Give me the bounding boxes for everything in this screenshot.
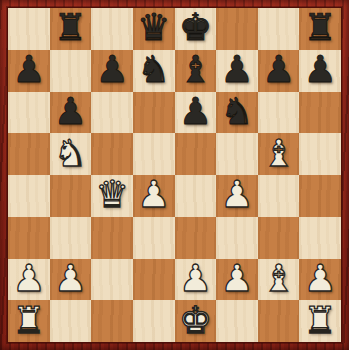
square-h3[interactable] [299, 217, 341, 259]
square-f7[interactable]: ♟ [216, 50, 258, 92]
square-g2[interactable]: ♝ [258, 259, 300, 301]
piece-white-pawn: ♟ [220, 176, 253, 213]
piece-black-knight: ♞ [137, 51, 170, 88]
square-a7[interactable]: ♟ [8, 50, 50, 92]
square-f5[interactable] [216, 133, 258, 175]
square-e5[interactable] [175, 133, 217, 175]
square-c4[interactable]: ♛ [91, 175, 133, 217]
square-h2[interactable]: ♟ [299, 259, 341, 301]
square-c7[interactable]: ♟ [91, 50, 133, 92]
piece-white-rook: ♜ [304, 302, 337, 339]
square-g8[interactable] [258, 8, 300, 50]
square-e6[interactable]: ♟ [175, 92, 217, 134]
square-h7[interactable]: ♟ [299, 50, 341, 92]
square-f6[interactable]: ♞ [216, 92, 258, 134]
square-c1[interactable] [91, 300, 133, 342]
piece-black-pawn: ♟ [179, 93, 212, 130]
square-a4[interactable] [8, 175, 50, 217]
piece-white-pawn: ♟ [304, 260, 337, 297]
piece-white-pawn: ♟ [54, 260, 87, 297]
square-h5[interactable] [299, 133, 341, 175]
square-a8[interactable] [8, 8, 50, 50]
square-a5[interactable] [8, 133, 50, 175]
piece-white-bishop: ♝ [262, 135, 295, 172]
square-e3[interactable] [175, 217, 217, 259]
square-c3[interactable] [91, 217, 133, 259]
square-g3[interactable] [258, 217, 300, 259]
square-d6[interactable] [133, 92, 175, 134]
piece-black-pawn: ♟ [220, 51, 253, 88]
square-c5[interactable] [91, 133, 133, 175]
piece-white-bishop: ♝ [262, 260, 295, 297]
piece-black-rook: ♜ [304, 9, 337, 46]
square-e2[interactable]: ♟ [175, 259, 217, 301]
square-f4[interactable]: ♟ [216, 175, 258, 217]
square-d3[interactable] [133, 217, 175, 259]
piece-black-knight: ♞ [220, 93, 253, 130]
square-g7[interactable]: ♟ [258, 50, 300, 92]
square-b3[interactable] [50, 217, 92, 259]
square-c6[interactable] [91, 92, 133, 134]
chess-board: ♜♛♚♜♟♟♞♝♟♟♟♟♟♞♞♝♛♟♟♟♟♟♟♝♟♜♚♜ [8, 8, 341, 342]
piece-white-pawn: ♟ [179, 260, 212, 297]
piece-black-rook: ♜ [54, 9, 87, 46]
piece-black-pawn: ♟ [95, 51, 128, 88]
square-f3[interactable] [216, 217, 258, 259]
piece-black-pawn: ♟ [304, 51, 337, 88]
piece-white-queen: ♛ [95, 176, 128, 213]
square-b6[interactable]: ♟ [50, 92, 92, 134]
square-a6[interactable] [8, 92, 50, 134]
square-d8[interactable]: ♛ [133, 8, 175, 50]
square-a1[interactable]: ♜ [8, 300, 50, 342]
piece-black-pawn: ♟ [262, 51, 295, 88]
square-h8[interactable]: ♜ [299, 8, 341, 50]
square-a3[interactable] [8, 217, 50, 259]
piece-white-pawn: ♟ [220, 260, 253, 297]
piece-black-king: ♚ [179, 9, 212, 46]
piece-white-pawn: ♟ [12, 260, 45, 297]
square-b7[interactable] [50, 50, 92, 92]
square-c2[interactable] [91, 259, 133, 301]
piece-black-pawn: ♟ [12, 51, 45, 88]
square-d7[interactable]: ♞ [133, 50, 175, 92]
piece-white-pawn: ♟ [137, 176, 170, 213]
piece-white-king: ♚ [179, 302, 212, 339]
square-b4[interactable] [50, 175, 92, 217]
square-g1[interactable] [258, 300, 300, 342]
square-e8[interactable]: ♚ [175, 8, 217, 50]
square-a2[interactable]: ♟ [8, 259, 50, 301]
piece-white-rook: ♜ [12, 302, 45, 339]
piece-black-queen: ♛ [137, 9, 170, 46]
square-e4[interactable] [175, 175, 217, 217]
square-d5[interactable] [133, 133, 175, 175]
square-b2[interactable]: ♟ [50, 259, 92, 301]
square-h6[interactable] [299, 92, 341, 134]
square-e7[interactable]: ♝ [175, 50, 217, 92]
square-f2[interactable]: ♟ [216, 259, 258, 301]
square-d4[interactable]: ♟ [133, 175, 175, 217]
square-c8[interactable] [91, 8, 133, 50]
square-b5[interactable]: ♞ [50, 133, 92, 175]
square-g6[interactable] [258, 92, 300, 134]
piece-black-pawn: ♟ [54, 93, 87, 130]
square-g5[interactable]: ♝ [258, 133, 300, 175]
piece-white-knight: ♞ [54, 135, 87, 172]
square-b1[interactable] [50, 300, 92, 342]
square-d1[interactable] [133, 300, 175, 342]
square-f8[interactable] [216, 8, 258, 50]
square-h4[interactable] [299, 175, 341, 217]
square-b8[interactable]: ♜ [50, 8, 92, 50]
square-d2[interactable] [133, 259, 175, 301]
chess-board-screenshot: ♜♛♚♜♟♟♞♝♟♟♟♟♟♞♞♝♛♟♟♟♟♟♟♝♟♜♚♜ [0, 0, 349, 350]
square-h1[interactable]: ♜ [299, 300, 341, 342]
square-e1[interactable]: ♚ [175, 300, 217, 342]
square-g4[interactable] [258, 175, 300, 217]
square-f1[interactable] [216, 300, 258, 342]
piece-black-bishop: ♝ [179, 51, 212, 88]
